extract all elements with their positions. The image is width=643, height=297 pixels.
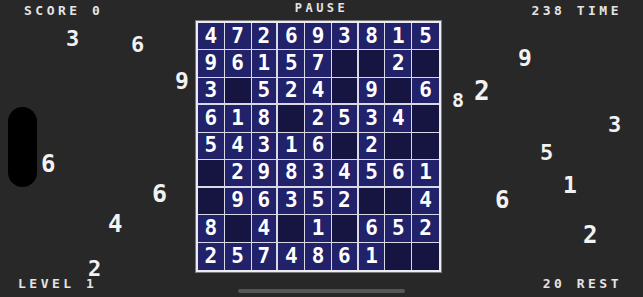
cell-r3c8[interactable] (385, 78, 412, 105)
cell-r5c9[interactable] (412, 133, 439, 160)
background-digit: 6 (131, 34, 144, 56)
cell-r1c5[interactable]: 9 (305, 23, 332, 50)
cell-r4c1[interactable]: 6 (198, 105, 225, 132)
time-display: 238 TIME (531, 3, 622, 18)
cell-r5c8[interactable] (385, 133, 412, 160)
cell-r7c7[interactable] (359, 188, 386, 215)
cell-r8c9[interactable]: 2 (412, 215, 439, 242)
cell-r7c3[interactable]: 6 (252, 188, 279, 215)
cell-r4c6[interactable]: 5 (332, 105, 359, 132)
background-digit: 3 (608, 114, 621, 136)
cell-r6c7[interactable]: 5 (359, 160, 386, 187)
cell-r5c6[interactable] (332, 133, 359, 160)
cell-r7c2[interactable]: 9 (225, 188, 252, 215)
cell-r3c2[interactable] (225, 78, 252, 105)
cell-r4c8[interactable]: 4 (385, 105, 412, 132)
background-digit: 9 (175, 70, 189, 93)
cell-r3c4[interactable]: 2 (278, 78, 305, 105)
cell-r2c6[interactable] (332, 50, 359, 77)
cell-r9c6[interactable]: 6 (332, 243, 359, 270)
cell-r6c5[interactable]: 3 (305, 160, 332, 187)
cell-r1c2[interactable]: 7 (225, 23, 252, 50)
rest-value: 20 (543, 276, 566, 291)
background-digit: 9 (518, 47, 532, 70)
pause-button[interactable]: PAUSE (295, 1, 349, 15)
cell-r9c5[interactable]: 8 (305, 243, 332, 270)
cell-r2c8[interactable]: 2 (385, 50, 412, 77)
background-digit: 2 (474, 78, 490, 104)
cell-r2c5[interactable]: 7 (305, 50, 332, 77)
cell-r8c6[interactable] (332, 215, 359, 242)
cell-r3c7[interactable]: 9 (359, 78, 386, 105)
background-digit: 6 (41, 152, 55, 176)
cell-r4c5[interactable]: 2 (305, 105, 332, 132)
cell-r2c2[interactable]: 6 (225, 50, 252, 77)
time-value: 238 (531, 3, 565, 18)
background-digit: 6 (152, 181, 167, 206)
cell-r9c3[interactable]: 7 (252, 243, 279, 270)
cell-r9c7[interactable]: 1 (359, 243, 386, 270)
cell-r1c8[interactable]: 1 (385, 23, 412, 50)
cell-r4c2[interactable]: 1 (225, 105, 252, 132)
cell-r5c3[interactable]: 3 (252, 133, 279, 160)
cell-r4c9[interactable] (412, 105, 439, 132)
cell-r2c7[interactable] (359, 50, 386, 77)
level-label: LEVEL (18, 276, 75, 291)
cell-r6c2[interactable]: 2 (225, 160, 252, 187)
background-digit: 4 (108, 212, 122, 236)
cell-r1c1[interactable]: 4 (198, 23, 225, 50)
cell-r3c6[interactable] (332, 78, 359, 105)
cell-r9c2[interactable]: 5 (225, 243, 252, 270)
cell-r5c5[interactable]: 6 (305, 133, 332, 160)
cell-r6c8[interactable]: 6 (385, 160, 412, 187)
cell-r2c4[interactable]: 5 (278, 50, 305, 77)
cell-r1c3[interactable]: 2 (252, 23, 279, 50)
cell-r7c9[interactable]: 4 (412, 188, 439, 215)
cell-r8c8[interactable]: 5 (385, 215, 412, 242)
sudoku-board: 4726938159615723524966182534543162298345… (196, 21, 441, 272)
cell-r8c3[interactable]: 4 (252, 215, 279, 242)
level-display: LEVEL 1 (18, 276, 97, 291)
background-digit: 8 (452, 90, 464, 110)
cell-r8c5[interactable]: 1 (305, 215, 332, 242)
rest-label: REST (577, 276, 622, 291)
cell-r7c5[interactable]: 5 (305, 188, 332, 215)
cell-r4c3[interactable]: 8 (252, 105, 279, 132)
cell-r3c9[interactable]: 6 (412, 78, 439, 105)
cell-r2c3[interactable]: 1 (252, 50, 279, 77)
cell-r3c1[interactable]: 3 (198, 78, 225, 105)
cell-r9c9[interactable] (412, 243, 439, 270)
cell-r7c4[interactable]: 3 (278, 188, 305, 215)
cell-r8c7[interactable]: 6 (359, 215, 386, 242)
cell-r1c4[interactable]: 6 (278, 23, 305, 50)
cell-r7c1[interactable] (198, 188, 225, 215)
cell-r6c1[interactable] (198, 160, 225, 187)
cell-r4c7[interactable]: 3 (359, 105, 386, 132)
cell-r4c4[interactable] (278, 105, 305, 132)
cell-r5c2[interactable]: 4 (225, 133, 252, 160)
cell-r9c1[interactable]: 2 (198, 243, 225, 270)
cell-r1c9[interactable]: 5 (412, 23, 439, 50)
cell-r6c9[interactable]: 1 (412, 160, 439, 187)
cell-r7c8[interactable] (385, 188, 412, 215)
background-digit: 1 (563, 174, 577, 197)
cell-r1c6[interactable]: 3 (332, 23, 359, 50)
cell-r5c1[interactable]: 5 (198, 133, 225, 160)
score-label: SCORE (24, 3, 81, 18)
score-display: SCORE 0 (24, 3, 103, 18)
background-digit: 3 (66, 28, 79, 50)
cell-r7c6[interactable]: 2 (332, 188, 359, 215)
cell-r9c8[interactable] (385, 243, 412, 270)
background-digit: 6 (495, 188, 509, 212)
score-value: 0 (92, 3, 103, 18)
rest-display: 20 REST (543, 276, 622, 291)
background-digit: 5 (540, 142, 553, 164)
cell-r1c7[interactable]: 8 (359, 23, 386, 50)
cell-r2c9[interactable] (412, 50, 439, 77)
home-indicator-bar[interactable] (238, 289, 405, 293)
cell-r3c5[interactable]: 4 (305, 78, 332, 105)
cell-r6c4[interactable]: 8 (278, 160, 305, 187)
cell-r8c1[interactable]: 8 (198, 215, 225, 242)
cell-r6c3[interactable]: 9 (252, 160, 279, 187)
time-label: TIME (577, 3, 622, 18)
cell-r2c1[interactable]: 9 (198, 50, 225, 77)
level-value: 1 (86, 276, 97, 291)
cell-r3c3[interactable]: 5 (252, 78, 279, 105)
cell-r6c6[interactable]: 4 (332, 160, 359, 187)
dynamic-island-camera-cutout (8, 107, 37, 187)
background-digit: 2 (583, 223, 597, 247)
cell-r8c4[interactable] (278, 215, 305, 242)
cell-r5c7[interactable]: 2 (359, 133, 386, 160)
cell-r5c4[interactable]: 1 (278, 133, 305, 160)
cell-r8c2[interactable] (225, 215, 252, 242)
cell-r9c4[interactable]: 4 (278, 243, 305, 270)
